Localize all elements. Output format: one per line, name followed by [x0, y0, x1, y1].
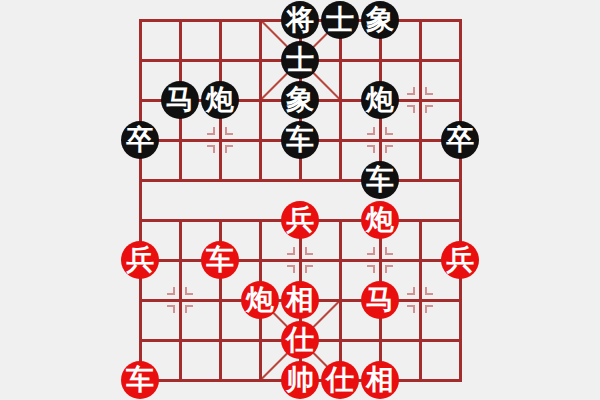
piece-black-soldier[interactable]: 卒	[121, 121, 159, 159]
point-marker	[425, 105, 433, 113]
point-marker	[385, 247, 393, 255]
point-marker	[385, 265, 393, 273]
piece-red-horse[interactable]: 马	[361, 281, 399, 319]
piece-black-chariot[interactable]: 车	[361, 161, 399, 199]
point-marker	[407, 87, 415, 95]
point-marker	[367, 127, 375, 135]
point-marker	[385, 145, 393, 153]
point-marker	[407, 105, 415, 113]
point-marker	[425, 305, 433, 313]
piece-black-general[interactable]: 将	[281, 1, 319, 39]
xiangqi-board[interactable]: 将士象士马炮象炮卒车卒车兵炮兵车兵炮相马仕车帅仕相	[0, 0, 600, 400]
piece-black-cannon[interactable]: 炮	[361, 81, 399, 119]
point-marker	[185, 287, 193, 295]
grid-line-vertical	[419, 219, 422, 382]
point-marker	[185, 305, 193, 313]
point-marker	[305, 265, 313, 273]
piece-red-elephant[interactable]: 相	[281, 281, 319, 319]
point-marker	[407, 305, 415, 313]
point-marker	[207, 145, 215, 153]
piece-black-advisor[interactable]: 士	[321, 1, 359, 39]
piece-red-cannon[interactable]: 炮	[361, 201, 399, 239]
point-marker	[207, 127, 215, 135]
grid-line-vertical	[179, 219, 182, 382]
piece-red-chariot[interactable]: 车	[121, 361, 159, 399]
point-marker	[225, 127, 233, 135]
grid-line-vertical	[139, 19, 142, 382]
piece-red-soldier[interactable]: 兵	[281, 201, 319, 239]
piece-red-advisor[interactable]: 仕	[321, 361, 359, 399]
piece-red-elephant[interactable]: 相	[361, 361, 399, 399]
point-marker	[385, 127, 393, 135]
point-marker	[167, 287, 175, 295]
grid-line-vertical	[259, 19, 262, 182]
piece-black-soldier[interactable]: 卒	[441, 121, 479, 159]
piece-red-general[interactable]: 帅	[281, 361, 319, 399]
point-marker	[287, 265, 295, 273]
point-marker	[225, 145, 233, 153]
piece-red-cannon[interactable]: 炮	[241, 281, 279, 319]
point-marker	[367, 247, 375, 255]
piece-red-soldier[interactable]: 兵	[121, 241, 159, 279]
point-marker	[407, 287, 415, 295]
point-marker	[367, 265, 375, 273]
grid-line-vertical	[459, 19, 462, 382]
piece-black-elephant[interactable]: 象	[281, 81, 319, 119]
screen-background: 将士象士马炮象炮卒车卒车兵炮兵车兵炮相马仕车帅仕相	[0, 0, 600, 400]
point-marker	[425, 287, 433, 295]
grid-line-vertical	[339, 19, 342, 182]
point-marker	[167, 305, 175, 313]
piece-black-elephant[interactable]: 象	[361, 1, 399, 39]
grid-line-vertical	[339, 219, 342, 382]
point-marker	[425, 87, 433, 95]
grid-line-vertical	[419, 19, 422, 182]
point-marker	[305, 247, 313, 255]
piece-black-horse[interactable]: 马	[161, 81, 199, 119]
piece-red-advisor[interactable]: 仕	[281, 321, 319, 359]
piece-red-chariot[interactable]: 车	[201, 241, 239, 279]
piece-black-cannon[interactable]: 炮	[201, 81, 239, 119]
piece-black-advisor[interactable]: 士	[281, 41, 319, 79]
piece-black-chariot[interactable]: 车	[281, 121, 319, 159]
point-marker	[367, 145, 375, 153]
piece-red-soldier[interactable]: 兵	[441, 241, 479, 279]
point-marker	[287, 247, 295, 255]
